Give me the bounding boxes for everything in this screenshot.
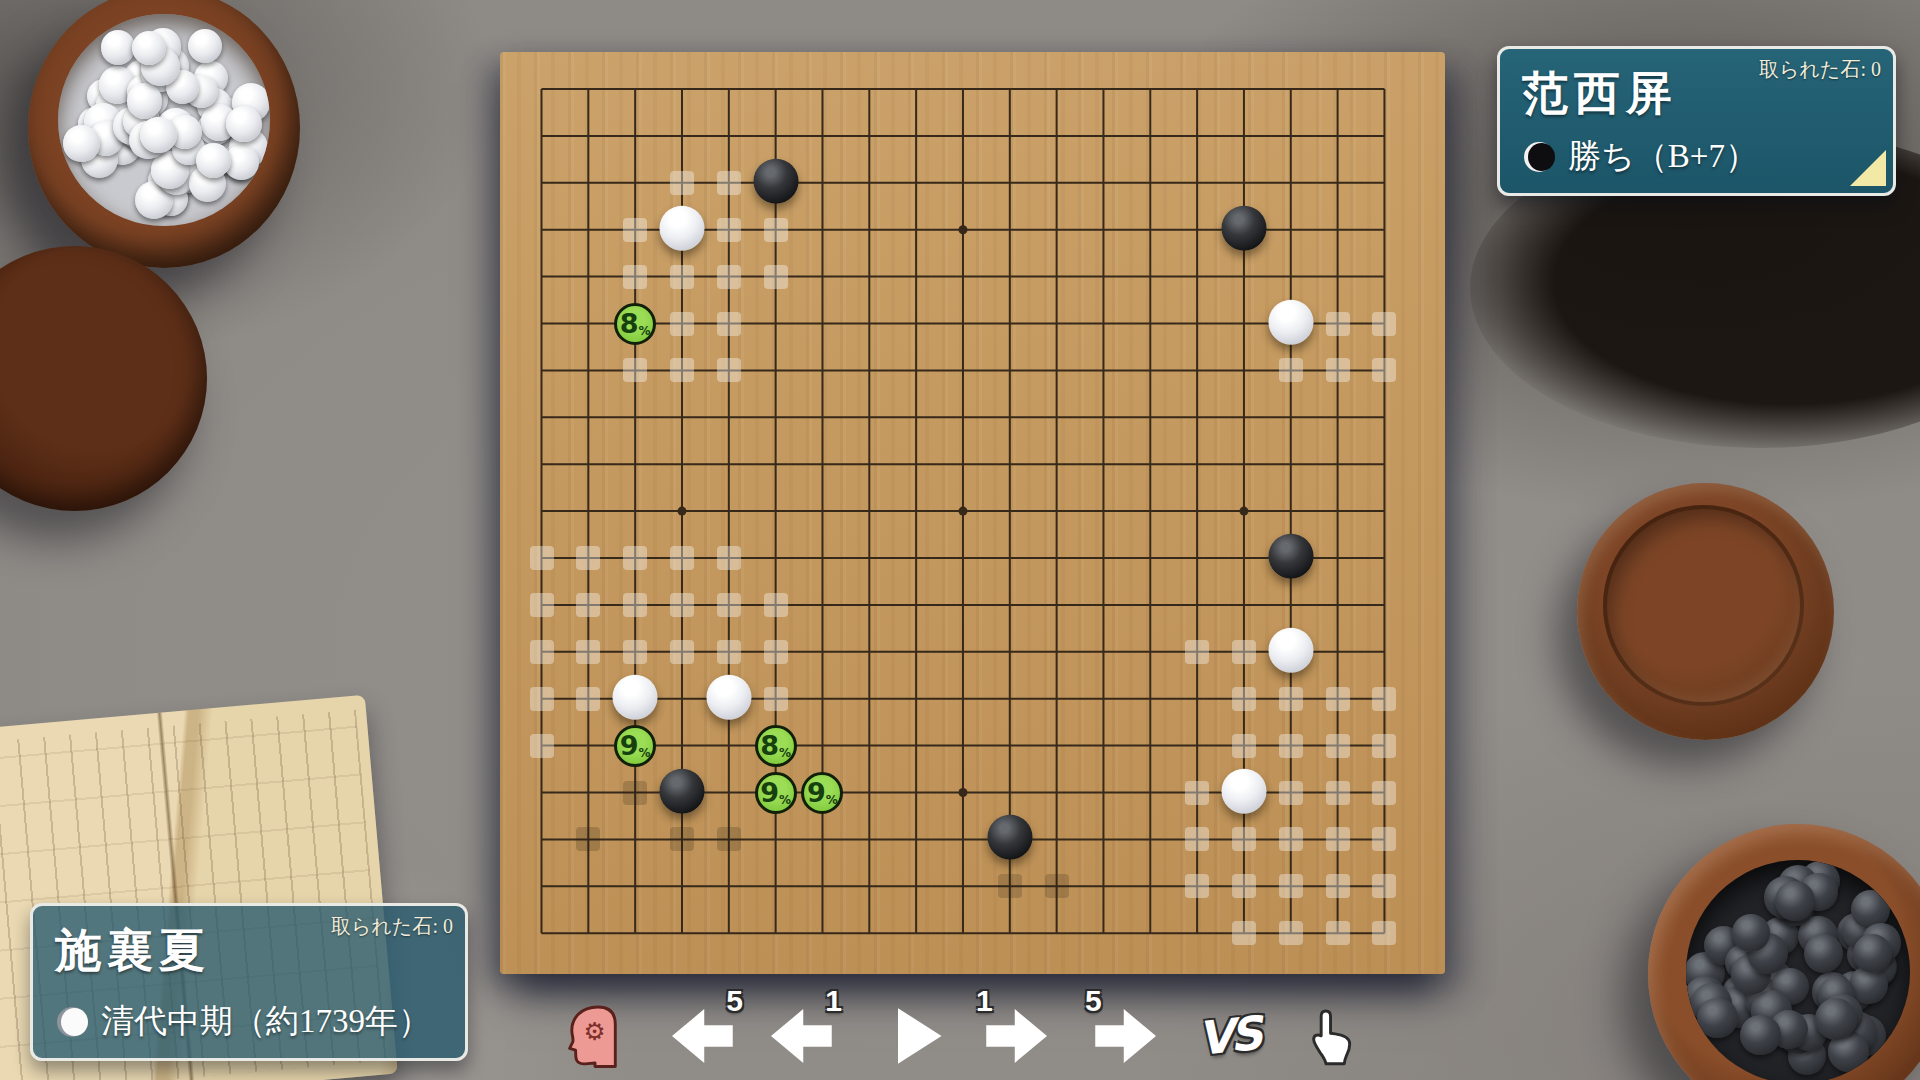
bowl-stone xyxy=(226,106,262,142)
white-territory-marker xyxy=(670,171,694,195)
percent-sign: % xyxy=(779,794,791,806)
white-territory-marker xyxy=(1372,781,1396,805)
go-game-screen: { "game": "go", "board": { "size": 19 },… xyxy=(0,0,1920,1080)
white-territory-marker xyxy=(1326,781,1350,805)
white-territory-marker xyxy=(717,312,741,336)
black-territory-marker xyxy=(998,874,1022,898)
black-stone xyxy=(987,815,1032,860)
white-territory-marker xyxy=(1372,827,1396,851)
analysis-button[interactable]: ⚙ xyxy=(555,998,635,1074)
hand-pointer-icon xyxy=(1307,1006,1357,1066)
vs-label: VS xyxy=(1195,1006,1261,1066)
white-territory-marker xyxy=(764,687,788,711)
bowl-stone xyxy=(1853,934,1892,973)
white-territory-marker xyxy=(1279,734,1303,758)
white-territory-marker xyxy=(1232,734,1256,758)
percent-sign: % xyxy=(779,747,791,759)
arrow-right-icon xyxy=(985,1008,1047,1064)
white-territory-marker xyxy=(1372,312,1396,336)
white-territory-marker xyxy=(1185,640,1209,664)
captured-stones-label: 取られた石: 0 xyxy=(331,913,453,940)
arrow-left-icon xyxy=(672,1008,734,1064)
white-territory-marker xyxy=(1326,827,1350,851)
white-stone-bowl-stones xyxy=(58,14,270,226)
captured-stones-label: 取られた石: 0 xyxy=(1759,56,1881,83)
back-1-button[interactable]: 1 xyxy=(762,998,842,1074)
black-territory-marker xyxy=(623,781,647,805)
white-territory-marker xyxy=(1279,781,1303,805)
winrate-value: 9 xyxy=(807,779,826,806)
white-territory-marker xyxy=(717,265,741,289)
black-stone xyxy=(1221,205,1266,250)
star-point xyxy=(677,507,686,516)
white-territory-marker xyxy=(764,218,788,242)
white-territory-marker xyxy=(530,734,554,758)
winrate-value: 9 xyxy=(620,732,639,759)
white-territory-marker xyxy=(670,312,694,336)
player-name: 施襄夏 xyxy=(55,920,211,982)
white-territory-marker xyxy=(1326,687,1350,711)
black-territory-marker xyxy=(717,827,741,851)
white-territory-marker xyxy=(1185,874,1209,898)
white-territory-marker xyxy=(530,546,554,570)
white-territory-marker xyxy=(1326,358,1350,382)
white-territory-marker xyxy=(623,358,647,382)
move-suggestion-badge[interactable]: 8% xyxy=(755,725,797,767)
white-territory-marker xyxy=(670,546,694,570)
white-territory-marker xyxy=(623,640,647,664)
bowl-stone xyxy=(196,143,231,178)
bowl-lid-right xyxy=(1577,483,1834,740)
bowl-stone xyxy=(1775,881,1815,921)
white-territory-marker xyxy=(1372,921,1396,945)
bowl-stone xyxy=(127,83,162,118)
white-stone xyxy=(1268,299,1313,344)
white-territory-marker xyxy=(1232,640,1256,664)
move-suggestion-badge[interactable]: 8% xyxy=(614,303,656,345)
winrate-value: 9 xyxy=(760,779,779,806)
active-turn-triangle-icon xyxy=(1850,150,1886,186)
star-point xyxy=(958,507,967,516)
move-suggestion-badge[interactable]: 9% xyxy=(801,772,843,814)
white-territory-marker xyxy=(576,593,600,617)
white-stone xyxy=(706,674,751,719)
bowl-stone xyxy=(1697,998,1737,1038)
white-territory-marker xyxy=(530,687,554,711)
white-territory-marker xyxy=(670,265,694,289)
star-point xyxy=(1239,507,1248,516)
winrate-value: 8 xyxy=(760,732,779,759)
white-territory-marker xyxy=(670,358,694,382)
white-stone xyxy=(659,205,704,250)
white-stone-bowl xyxy=(28,0,300,268)
step-count-label: 1 xyxy=(976,986,993,1016)
white-territory-marker xyxy=(530,640,554,664)
white-territory-marker xyxy=(1232,687,1256,711)
white-territory-marker xyxy=(623,265,647,289)
go-board[interactable]: 8%9%8%9%9% xyxy=(500,52,1445,974)
white-territory-marker xyxy=(1372,734,1396,758)
play-button[interactable] xyxy=(878,998,958,1074)
white-territory-marker xyxy=(1279,358,1303,382)
white-territory-marker xyxy=(1326,312,1350,336)
versus-mode-button[interactable]: VS xyxy=(1188,998,1268,1074)
bowl-stone xyxy=(1732,914,1770,952)
black-stone xyxy=(659,768,704,813)
white-territory-marker xyxy=(717,171,741,195)
white-stone xyxy=(1221,768,1266,813)
star-point xyxy=(958,225,967,234)
white-territory-marker xyxy=(530,593,554,617)
back-5-button[interactable]: 5 xyxy=(663,998,743,1074)
player-card-black: 取られた石: 0 范西屏 勝ち（B+7） xyxy=(1497,46,1896,196)
white-territory-marker xyxy=(1232,921,1256,945)
black-stone-bowl-stones xyxy=(1686,860,1910,1080)
white-territory-marker xyxy=(764,593,788,617)
forward-5-button[interactable]: 5 xyxy=(1085,998,1165,1074)
white-stone xyxy=(613,674,658,719)
white-territory-marker xyxy=(1232,827,1256,851)
black-stone-icon xyxy=(1524,142,1554,172)
step-count-label: 5 xyxy=(1085,986,1102,1016)
bowl-stone xyxy=(1804,934,1843,973)
move-suggestion-badge[interactable]: 9% xyxy=(755,772,797,814)
white-territory-marker xyxy=(1185,781,1209,805)
bowl-lid-left xyxy=(0,246,207,511)
white-stone-icon xyxy=(57,1007,87,1037)
svg-text:⚙: ⚙ xyxy=(583,1017,605,1046)
white-territory-marker xyxy=(1279,874,1303,898)
white-territory-marker xyxy=(1279,687,1303,711)
white-territory-marker xyxy=(1279,827,1303,851)
white-territory-marker xyxy=(764,640,788,664)
step-count-label: 5 xyxy=(726,986,743,1016)
bowl-stone xyxy=(63,125,100,162)
result-label: 勝ち（B+7） xyxy=(1568,134,1758,179)
bowl-stone xyxy=(1740,1015,1780,1055)
white-territory-marker xyxy=(670,593,694,617)
white-territory-marker xyxy=(670,640,694,664)
white-territory-marker xyxy=(576,687,600,711)
bowl-stone xyxy=(188,29,222,63)
black-territory-marker xyxy=(670,827,694,851)
arrow-left-icon xyxy=(771,1008,833,1064)
winrate-value: 8 xyxy=(620,310,639,337)
white-territory-marker xyxy=(1372,874,1396,898)
board-grid xyxy=(500,52,1445,974)
player-card-white: 取られた石: 0 施襄夏 清代中期（約1739年） xyxy=(30,903,468,1061)
white-territory-marker xyxy=(623,593,647,617)
white-territory-marker xyxy=(717,358,741,382)
forward-1-button[interactable]: 1 xyxy=(976,998,1056,1074)
white-territory-marker xyxy=(717,593,741,617)
percent-sign: % xyxy=(639,325,651,337)
bowl-stone xyxy=(140,117,177,154)
black-territory-marker xyxy=(576,827,600,851)
white-territory-marker xyxy=(717,640,741,664)
white-territory-marker xyxy=(1326,874,1350,898)
white-territory-marker xyxy=(717,546,741,570)
white-territory-marker xyxy=(764,265,788,289)
step-count-label: 1 xyxy=(825,986,842,1016)
percent-sign: % xyxy=(826,794,838,806)
white-territory-marker xyxy=(1326,734,1350,758)
black-stone xyxy=(753,158,798,203)
head-gear-icon: ⚙ xyxy=(566,1004,624,1068)
white-territory-marker xyxy=(1372,358,1396,382)
player-name: 范西屏 xyxy=(1522,63,1678,125)
era-label: 清代中期（約1739年） xyxy=(101,999,431,1044)
white-territory-marker xyxy=(1326,921,1350,945)
white-territory-marker xyxy=(623,546,647,570)
white-territory-marker xyxy=(623,218,647,242)
white-territory-marker xyxy=(576,546,600,570)
move-suggestion-badge[interactable]: 9% xyxy=(614,725,656,767)
star-point xyxy=(958,788,967,797)
bowl-stone xyxy=(1815,998,1858,1041)
play-icon xyxy=(893,1007,943,1065)
white-territory-marker xyxy=(1279,921,1303,945)
bowl-stone xyxy=(101,30,135,64)
arrow-right-icon xyxy=(1094,1008,1156,1064)
white-territory-marker xyxy=(1185,827,1209,851)
white-territory-marker xyxy=(576,640,600,664)
white-stone xyxy=(1268,627,1313,672)
bowl-stone xyxy=(132,31,167,66)
black-stone-bowl xyxy=(1648,824,1920,1080)
percent-sign: % xyxy=(639,747,651,759)
black-stone xyxy=(1268,534,1313,579)
black-territory-marker xyxy=(1045,874,1069,898)
white-territory-marker xyxy=(717,218,741,242)
white-territory-marker xyxy=(1232,874,1256,898)
white-territory-marker xyxy=(1372,687,1396,711)
pointer-mode-button[interactable] xyxy=(1292,998,1372,1074)
